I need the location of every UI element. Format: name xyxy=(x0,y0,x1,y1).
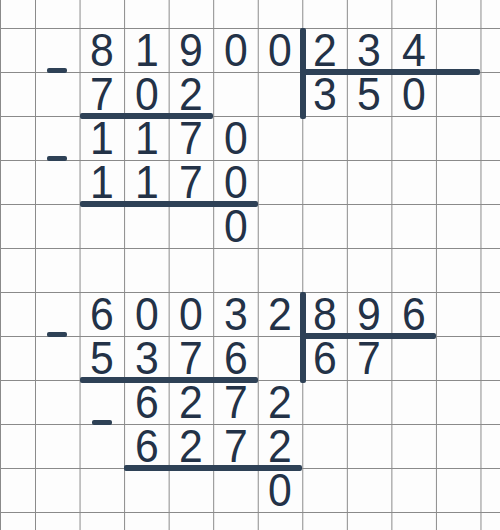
digit-cell: 7 xyxy=(213,380,258,424)
digit-cell: 6 xyxy=(124,380,169,424)
p2-bracket-bar xyxy=(300,292,306,383)
p1-subtract1-underline xyxy=(80,113,214,119)
digit-cell: 2 xyxy=(302,28,347,72)
digit-cell: 0 xyxy=(124,292,169,336)
digit-cell: 1 xyxy=(80,160,125,204)
digit-cell: 6 xyxy=(80,292,125,336)
digit-cell: 3 xyxy=(302,72,347,116)
digit-cell: 5 xyxy=(347,72,392,116)
digit-cell: 7 xyxy=(169,160,214,204)
digit-cell: 0 xyxy=(258,468,303,512)
p1-bracket-bar xyxy=(300,28,306,119)
p2-subtract1-underline xyxy=(80,377,258,383)
p2-minus-5376 xyxy=(47,332,67,337)
digit-cell: 9 xyxy=(347,292,392,336)
digit-cell: 3 xyxy=(347,28,392,72)
digit-cell: 2 xyxy=(258,292,303,336)
digit-cell: 2 xyxy=(169,72,214,116)
digit-cell: 6 xyxy=(391,292,436,336)
digit-cell: 2 xyxy=(169,424,214,468)
digit-cell: 2 xyxy=(258,424,303,468)
digit-cell: 7 xyxy=(169,336,214,380)
digit-cell: 6 xyxy=(213,336,258,380)
digit-cell: 1 xyxy=(124,160,169,204)
digit-cell: 0 xyxy=(124,72,169,116)
p2-divisor-underline xyxy=(302,333,436,339)
digit-cell: 6 xyxy=(302,336,347,380)
digit-cell: 6 xyxy=(124,424,169,468)
p1-minus-1170 xyxy=(47,156,67,161)
digit-cell: 0 xyxy=(213,116,258,160)
digit-cell: 7 xyxy=(80,72,125,116)
digit-cell: 8 xyxy=(80,28,125,72)
digit-cell: 9 xyxy=(169,28,214,72)
p1-minus-702 xyxy=(47,68,67,73)
digit-cell: 0 xyxy=(258,28,303,72)
digit-cell: 1 xyxy=(80,116,125,160)
digit-cell: 0 xyxy=(391,72,436,116)
digit-cell: 7 xyxy=(213,424,258,468)
digit-cell: 0 xyxy=(213,160,258,204)
digit-cell: 8 xyxy=(302,292,347,336)
digit-cell: 1 xyxy=(124,28,169,72)
digit-cell: 5 xyxy=(80,336,125,380)
digit-cell: 7 xyxy=(347,336,392,380)
digit-cell: 0 xyxy=(169,292,214,336)
digit-cell: 0 xyxy=(213,204,258,248)
digit-cell: 2 xyxy=(169,380,214,424)
digit-cell: 2 xyxy=(258,380,303,424)
digit-cell: 3 xyxy=(124,336,169,380)
digit-cell: 3 xyxy=(213,292,258,336)
p1-divisor-underline xyxy=(302,69,480,75)
digit-cell: 1 xyxy=(124,116,169,160)
digit-cell: 4 xyxy=(391,28,436,72)
p2-minus-6272 xyxy=(92,420,112,425)
p2-subtract2-underline xyxy=(124,465,302,471)
p1-subtract2-underline xyxy=(80,201,258,207)
squared-paper-division-worksheet: 8190023470235011701170060032896537667627… xyxy=(0,0,500,530)
digit-cell: 0 xyxy=(213,28,258,72)
digit-cell: 7 xyxy=(169,116,214,160)
